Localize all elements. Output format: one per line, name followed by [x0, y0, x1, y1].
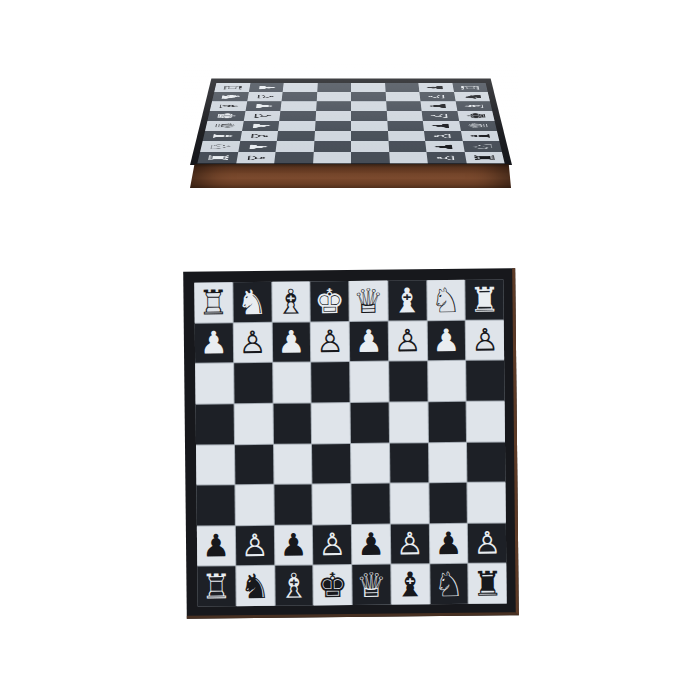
- square-r2c3: [282, 92, 317, 101]
- overhead-chessboard: ♖♞♗♚♕♝♘♜♟♙♟♙♟♙♟♙♟♙♟♙♟♙♟♙♖♞♗♚♕♝♘♜: [183, 268, 519, 618]
- square-r6c8: [468, 483, 506, 523]
- square-r2c8: ♙: [466, 320, 504, 360]
- square-r7c4: ♙: [313, 525, 351, 565]
- square-r7c5: [351, 141, 389, 152]
- square-r5c3: [278, 121, 315, 131]
- square-r7c6: [388, 141, 426, 152]
- square-r5c5: [351, 121, 387, 131]
- white-knight-piece: ♘: [206, 143, 234, 150]
- square-r6c1: [196, 485, 234, 525]
- square-r8c6: [389, 152, 428, 163]
- square-r3c7: ♟: [420, 101, 456, 111]
- square-r5c2: [235, 444, 273, 484]
- square-r1c7: ♘: [427, 280, 465, 320]
- black-knight-piece: ♘: [468, 143, 496, 150]
- square-r1c8: ♖: [452, 83, 488, 92]
- square-r6c2: [235, 485, 273, 525]
- square-r2c2: ♙: [247, 92, 283, 101]
- tilted-board-scene: ♖♟♟♖♞♙♙♞♗♟♟♗♚♙♙♚♕♟♟♕♝♙♙♝♘♟♟♘♜♙♙♜: [190, 84, 512, 165]
- white-pawn-piece: ♙: [243, 155, 268, 162]
- square-r5c7: [428, 442, 466, 482]
- square-r5c4: [315, 121, 351, 131]
- square-r7c6: ♙: [391, 524, 429, 564]
- square-r8c5: ♕: [352, 565, 390, 605]
- white-pawn-piece: ♙: [254, 94, 276, 99]
- square-r1c3: ♗: [272, 281, 310, 321]
- square-r3c3: [273, 363, 311, 403]
- white-knight-piece: ♞: [237, 285, 268, 319]
- white-bishop-piece: ♝: [392, 283, 423, 317]
- square-r5c2: ♟: [242, 121, 280, 131]
- square-r1c8: ♜: [466, 279, 504, 319]
- square-r8c4: [313, 152, 351, 163]
- white-pawn-piece: ♟: [249, 123, 272, 129]
- square-r4c8: ♚: [457, 111, 495, 121]
- white-pawn-piece: ♟: [252, 103, 275, 109]
- square-r2c1: ♟: [195, 323, 233, 363]
- square-r8c1: ♖: [197, 567, 235, 607]
- square-r5c7: ♟: [423, 121, 461, 131]
- square-r6c4: [313, 484, 351, 524]
- black-bishop-piece: ♗: [461, 103, 487, 109]
- square-r8c8: ♜: [464, 152, 504, 163]
- square-r8c6: ♝: [391, 565, 429, 605]
- white-pawn-piece: ♟: [255, 85, 277, 90]
- white-pawn-piece: ♙: [316, 326, 344, 357]
- product-photo: ♖♟♟♖♞♙♙♞♗♟♟♗♚♙♙♚♕♟♟♕♝♙♙♝♘♟♟♘♜♙♙♜ ♖♞♗♚♕♝♘…: [0, 0, 700, 700]
- square-r5c4: [312, 444, 350, 484]
- square-r1c4: [317, 83, 351, 92]
- white-king-piece: ♚: [314, 284, 345, 318]
- square-r6c5: [351, 484, 389, 524]
- square-r8c8: ♜: [469, 564, 507, 604]
- square-r5c5: [351, 443, 389, 483]
- black-pawn-piece: ♙: [429, 113, 452, 119]
- white-queen-piece: ♕: [211, 122, 238, 129]
- square-r1c6: [385, 83, 420, 92]
- black-knight-piece: ♞: [459, 94, 484, 100]
- square-r3c4: [316, 101, 351, 111]
- black-queen-piece: ♕: [464, 122, 491, 129]
- white-knight-piece: ♞: [218, 94, 243, 100]
- black-bishop-piece: ♝: [466, 133, 493, 140]
- square-r1c5: [351, 83, 385, 92]
- black-pawn-piece: ♙: [318, 529, 346, 560]
- black-pawn-piece: ♟: [279, 530, 307, 561]
- square-r3c4: [311, 362, 349, 402]
- black-queen-piece: ♕: [356, 568, 387, 602]
- white-queen-piece: ♕: [353, 283, 384, 317]
- square-r4c4: [312, 403, 350, 443]
- square-r1c1: ♖: [194, 282, 232, 322]
- white-pawn-piece: ♙: [247, 133, 271, 139]
- square-r6c4: [314, 131, 351, 141]
- square-r8c4: ♚: [314, 565, 352, 605]
- white-rook-piece: ♜: [204, 154, 232, 161]
- square-r8c5: [351, 152, 389, 163]
- square-r8c1: ♜: [197, 152, 237, 163]
- white-king-piece: ♚: [213, 113, 239, 119]
- square-r6c3: [277, 131, 315, 141]
- square-r8c2: ♙: [236, 152, 276, 163]
- square-r3c8: ♗: [455, 101, 492, 111]
- square-r4c4: [315, 111, 351, 121]
- square-r3c8: [466, 361, 504, 401]
- square-r8c7: ♘: [430, 564, 468, 604]
- white-rook-piece: ♖: [220, 85, 245, 91]
- square-r3c3: [280, 101, 316, 111]
- board-wooden-edge: [190, 164, 512, 188]
- square-r6c8: ♝: [460, 131, 499, 141]
- square-r7c8: ♘: [462, 141, 502, 152]
- black-bishop-piece: ♗: [278, 569, 309, 603]
- white-rook-piece: ♖: [198, 285, 229, 319]
- square-r7c1: ♘: [200, 141, 240, 152]
- square-r6c1: ♝: [203, 131, 242, 141]
- square-r7c3: ♟: [274, 525, 312, 565]
- black-pawn-piece: ♟: [427, 103, 450, 109]
- square-r3c1: ♗: [210, 101, 247, 111]
- square-r8c3: ♗: [275, 566, 313, 606]
- square-r1c1: ♖: [214, 83, 250, 92]
- white-pawn-piece: ♙: [250, 113, 273, 119]
- square-r6c6: [390, 483, 428, 523]
- square-r1c5: ♕: [349, 281, 387, 321]
- square-r2c5: ♟: [350, 321, 388, 361]
- square-r1c4: ♚: [311, 281, 349, 321]
- square-r5c1: [196, 445, 234, 485]
- square-r4c3: [279, 111, 315, 121]
- black-knight-piece: ♘: [433, 567, 464, 601]
- square-r4c6: [389, 402, 427, 442]
- white-pawn-piece: ♟: [277, 326, 305, 357]
- square-r7c7: ♟: [429, 524, 467, 564]
- white-pawn-piece: ♟: [432, 325, 460, 356]
- square-r8c3: [274, 152, 313, 163]
- square-r4c2: [234, 404, 272, 444]
- white-pawn-piece: ♙: [238, 327, 266, 358]
- square-r6c7: ♙: [424, 131, 462, 141]
- square-r3c5: [350, 362, 388, 402]
- black-rook-piece: ♜: [472, 567, 503, 601]
- square-r5c8: ♕: [459, 121, 497, 131]
- square-r1c2: ♟: [248, 83, 283, 92]
- black-king-piece: ♚: [462, 113, 488, 119]
- square-r4c7: ♙: [422, 111, 459, 121]
- square-r1c2: ♞: [233, 282, 271, 322]
- square-r7c7: ♟: [425, 141, 464, 152]
- white-pawn-piece: ♟: [355, 326, 383, 357]
- white-pawn-piece: ♟: [245, 144, 269, 150]
- black-pawn-piece: ♟: [202, 530, 230, 561]
- square-r4c5: [351, 402, 389, 442]
- tilted-chessboard: ♖♟♟♖♞♙♙♞♗♟♟♗♚♙♙♚♕♟♟♕♝♙♙♝♘♟♟♘♜♙♙♜: [190, 84, 512, 189]
- square-r7c3: [276, 141, 314, 152]
- square-r2c7: ♙: [419, 92, 455, 101]
- black-king-piece: ♚: [317, 568, 348, 602]
- black-pawn-piece: ♟: [434, 528, 462, 559]
- square-r5c3: [274, 444, 312, 484]
- black-pawn-piece: ♙: [434, 155, 459, 162]
- black-pawn-piece: ♙: [426, 94, 448, 99]
- square-r7c1: ♟: [197, 526, 235, 566]
- white-bishop-piece: ♗: [275, 284, 306, 318]
- square-r2c6: ♙: [388, 321, 426, 361]
- square-r7c2: ♟: [238, 141, 277, 152]
- square-r3c1: [195, 363, 233, 403]
- square-r2c8: ♞: [454, 92, 490, 101]
- square-r4c3: [273, 403, 311, 443]
- square-r3c5: [351, 101, 386, 111]
- square-r7c5: ♟: [352, 524, 390, 564]
- square-r7c4: [313, 141, 351, 152]
- white-rook-piece: ♜: [469, 282, 500, 316]
- overhead-board-surface: ♖♞♗♚♕♝♘♜♟♙♟♙♟♙♟♙♟♙♟♙♟♙♟♙♖♞♗♚♕♝♘♜: [194, 279, 506, 606]
- square-r4c7: [428, 402, 466, 442]
- black-rook-piece: ♜: [470, 154, 498, 161]
- black-pawn-piece: ♟: [357, 529, 385, 560]
- white-pawn-piece: ♙: [471, 324, 499, 355]
- square-r3c6: [386, 101, 422, 111]
- square-r2c5: [351, 92, 386, 101]
- black-pawn-piece: ♟: [425, 85, 447, 90]
- square-r2c4: ♙: [311, 322, 349, 362]
- square-r2c6: [385, 92, 420, 101]
- square-r5c8: [467, 442, 505, 482]
- square-r5c6: [387, 121, 424, 131]
- black-pawn-piece: ♙: [241, 530, 269, 561]
- white-pawn-piece: ♟: [200, 327, 228, 358]
- square-r6c6: [387, 131, 425, 141]
- square-r5c6: [390, 443, 428, 483]
- white-pawn-piece: ♙: [393, 325, 421, 356]
- black-pawn-piece: ♙: [473, 527, 501, 558]
- square-r4c2: ♙: [243, 111, 280, 121]
- square-r6c7: [429, 483, 467, 523]
- white-knight-piece: ♘: [430, 283, 461, 317]
- square-r2c7: ♟: [427, 320, 465, 360]
- black-rook-piece: ♖: [201, 569, 232, 603]
- black-rook-piece: ♖: [457, 85, 482, 91]
- square-r6c2: ♙: [240, 131, 278, 141]
- square-r4c5: [351, 111, 387, 121]
- square-r7c2: ♙: [236, 526, 274, 566]
- square-r3c2: [234, 363, 272, 403]
- black-pawn-piece: ♟: [432, 144, 456, 150]
- square-r1c3: [283, 83, 318, 92]
- square-r8c2: ♞: [236, 566, 274, 606]
- square-r6c5: [351, 131, 388, 141]
- square-r2c3: ♟: [272, 322, 310, 362]
- square-r8c7: ♙: [426, 152, 466, 163]
- square-r4c6: [386, 111, 422, 121]
- square-r2c2: ♙: [233, 322, 271, 362]
- square-r3c6: [389, 361, 427, 401]
- black-bishop-piece: ♝: [395, 567, 426, 601]
- square-r1c7: ♟: [418, 83, 453, 92]
- white-bishop-piece: ♝: [209, 133, 236, 140]
- black-pawn-piece: ♙: [396, 528, 424, 559]
- black-knight-piece: ♞: [240, 569, 271, 603]
- black-pawn-piece: ♟: [430, 123, 453, 129]
- square-r5c1: ♕: [205, 121, 243, 131]
- black-pawn-piece: ♙: [431, 133, 455, 139]
- white-bishop-piece: ♗: [215, 103, 241, 109]
- square-r2c1: ♞: [212, 92, 248, 101]
- tilted-board-surface: ♖♟♟♖♞♙♙♞♗♟♟♗♚♙♙♚♕♟♟♕♝♙♙♝♘♟♟♘♜♙♙♜: [190, 78, 512, 165]
- square-r1c6: ♝: [388, 280, 426, 320]
- square-r4c1: [196, 404, 234, 444]
- square-r3c2: ♟: [245, 101, 281, 111]
- square-r3c7: [428, 361, 466, 401]
- square-r6c3: [274, 485, 312, 525]
- square-r2c4: [316, 92, 351, 101]
- square-r4c8: [467, 401, 505, 441]
- square-r4c1: ♚: [207, 111, 245, 121]
- square-r7c8: ♙: [468, 523, 506, 563]
